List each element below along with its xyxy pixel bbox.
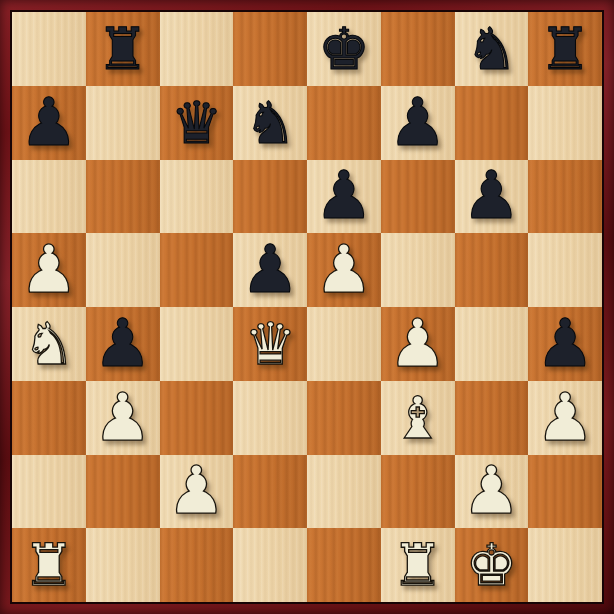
square-f8[interactable] (381, 12, 455, 86)
square-f6[interactable] (381, 160, 455, 234)
square-b8[interactable]: ♜ (86, 12, 160, 86)
square-f1[interactable]: ♜ (381, 528, 455, 602)
square-h2[interactable] (528, 455, 602, 529)
square-a3[interactable] (12, 381, 86, 455)
piece-white-pawn: ♟ (167, 458, 226, 524)
square-a1[interactable]: ♜ (12, 528, 86, 602)
piece-black-knight: ♞ (244, 94, 296, 152)
piece-white-pawn: ♟ (19, 237, 78, 303)
square-c4[interactable] (160, 307, 234, 381)
square-f5[interactable] (381, 233, 455, 307)
piece-black-pawn: ♟ (93, 311, 152, 377)
piece-black-pawn: ♟ (19, 90, 78, 156)
piece-white-rook: ♜ (392, 536, 444, 594)
square-h5[interactable] (528, 233, 602, 307)
square-e4[interactable] (307, 307, 381, 381)
square-c5[interactable] (160, 233, 234, 307)
square-c1[interactable] (160, 528, 234, 602)
square-c2[interactable]: ♟ (160, 455, 234, 529)
square-f7[interactable]: ♟ (381, 86, 455, 160)
piece-black-pawn: ♟ (462, 163, 521, 229)
square-d1[interactable] (233, 528, 307, 602)
square-e1[interactable] (307, 528, 381, 602)
square-g6[interactable]: ♟ (455, 160, 529, 234)
square-a7[interactable]: ♟ (12, 86, 86, 160)
square-c8[interactable] (160, 12, 234, 86)
piece-white-bishop: ♝ (392, 389, 444, 447)
square-b1[interactable] (86, 528, 160, 602)
square-e2[interactable] (307, 455, 381, 529)
piece-black-rook: ♜ (539, 20, 591, 78)
square-b6[interactable] (86, 160, 160, 234)
square-d7[interactable]: ♞ (233, 86, 307, 160)
square-e5[interactable]: ♟ (307, 233, 381, 307)
square-g3[interactable] (455, 381, 529, 455)
square-c6[interactable] (160, 160, 234, 234)
square-d6[interactable] (233, 160, 307, 234)
square-g5[interactable] (455, 233, 529, 307)
square-b5[interactable] (86, 233, 160, 307)
piece-black-pawn: ♟ (388, 90, 447, 156)
square-a8[interactable] (12, 12, 86, 86)
square-h4[interactable]: ♟ (528, 307, 602, 381)
square-c3[interactable] (160, 381, 234, 455)
square-h1[interactable] (528, 528, 602, 602)
square-d4[interactable]: ♛ (233, 307, 307, 381)
piece-black-pawn: ♟ (314, 163, 373, 229)
square-b2[interactable] (86, 455, 160, 529)
square-d5[interactable]: ♟ (233, 233, 307, 307)
square-f3[interactable]: ♝ (381, 381, 455, 455)
square-b4[interactable]: ♟ (86, 307, 160, 381)
square-b7[interactable] (86, 86, 160, 160)
piece-white-queen: ♛ (244, 315, 296, 373)
square-g1[interactable]: ♚ (455, 528, 529, 602)
square-d8[interactable] (233, 12, 307, 86)
piece-white-pawn: ♟ (462, 458, 521, 524)
square-a6[interactable] (12, 160, 86, 234)
piece-white-pawn: ♟ (388, 311, 447, 377)
board-inner-border: ♜♚♞♜♟♛♞♟♟♟♟♟♟♞♟♛♟♟♟♝♟♟♟♜♜♚ (10, 10, 604, 604)
square-h7[interactable] (528, 86, 602, 160)
square-h3[interactable]: ♟ (528, 381, 602, 455)
square-e6[interactable]: ♟ (307, 160, 381, 234)
piece-black-knight: ♞ (465, 20, 517, 78)
square-e7[interactable] (307, 86, 381, 160)
piece-black-rook: ♜ (97, 20, 149, 78)
piece-black-queen: ♛ (170, 94, 222, 152)
square-g2[interactable]: ♟ (455, 455, 529, 529)
square-g4[interactable] (455, 307, 529, 381)
chess-board: ♜♚♞♜♟♛♞♟♟♟♟♟♟♞♟♛♟♟♟♝♟♟♟♜♜♚ (12, 12, 602, 602)
board-frame: ♜♚♞♜♟♛♞♟♟♟♟♟♟♞♟♛♟♟♟♝♟♟♟♜♜♚ (0, 0, 614, 614)
square-e3[interactable] (307, 381, 381, 455)
square-d2[interactable] (233, 455, 307, 529)
piece-white-pawn: ♟ (536, 385, 595, 451)
piece-white-rook: ♜ (23, 536, 75, 594)
piece-white-pawn: ♟ (93, 385, 152, 451)
square-a5[interactable]: ♟ (12, 233, 86, 307)
square-g7[interactable] (455, 86, 529, 160)
square-e8[interactable]: ♚ (307, 12, 381, 86)
square-a2[interactable] (12, 455, 86, 529)
square-c7[interactable]: ♛ (160, 86, 234, 160)
piece-white-king: ♚ (465, 536, 517, 594)
square-f4[interactable]: ♟ (381, 307, 455, 381)
square-a4[interactable]: ♞ (12, 307, 86, 381)
piece-black-pawn: ♟ (536, 311, 595, 377)
piece-white-knight: ♞ (23, 315, 75, 373)
piece-white-pawn: ♟ (314, 237, 373, 303)
piece-black-king: ♚ (318, 20, 370, 78)
piece-black-pawn: ♟ (241, 237, 300, 303)
square-h8[interactable]: ♜ (528, 12, 602, 86)
square-f2[interactable] (381, 455, 455, 529)
square-h6[interactable] (528, 160, 602, 234)
square-b3[interactable]: ♟ (86, 381, 160, 455)
square-d3[interactable] (233, 381, 307, 455)
square-g8[interactable]: ♞ (455, 12, 529, 86)
